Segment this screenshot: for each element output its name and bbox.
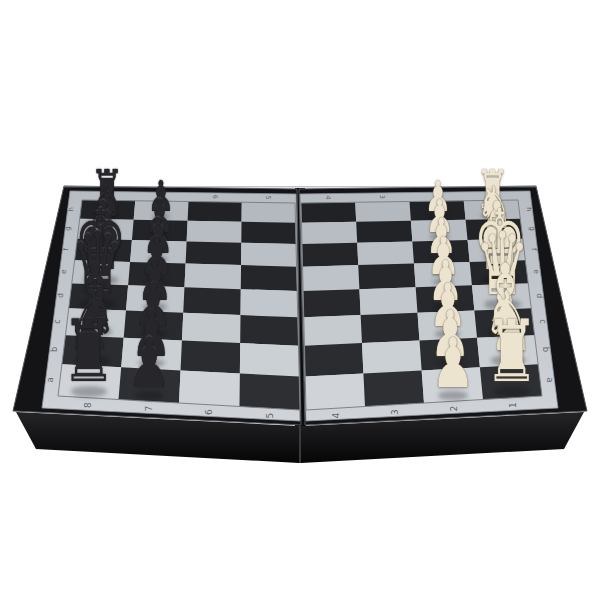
square-d4[interactable] — [303, 289, 361, 317]
square-d5[interactable] — [241, 289, 298, 317]
square-c3[interactable] — [361, 313, 420, 343]
square-a6[interactable] — [179, 370, 240, 406]
square-f4[interactable] — [302, 243, 358, 267]
square-c4[interactable] — [304, 315, 362, 346]
square-g4[interactable] — [301, 222, 357, 244]
rank-label-near-2: 2 — [449, 406, 459, 412]
square-e4[interactable] — [303, 265, 360, 291]
square-f3[interactable] — [357, 241, 414, 265]
square-b3[interactable] — [362, 340, 422, 373]
rank-label-far-4: 4 — [324, 196, 332, 200]
square-d3[interactable] — [359, 287, 417, 315]
square-c6[interactable] — [182, 313, 241, 343]
rank-label-far-5: 5 — [264, 196, 272, 200]
piece-black-rook-a8[interactable]: ♜ — [59, 309, 120, 395]
square-h6[interactable] — [188, 202, 242, 222]
square-g3[interactable] — [356, 221, 412, 243]
square-e6[interactable] — [184, 264, 241, 290]
rank-label-near-7: 7 — [144, 406, 154, 412]
square-d6[interactable] — [183, 287, 241, 315]
square-b6[interactable] — [181, 340, 241, 373]
square-e3[interactable] — [358, 264, 415, 290]
square-a4[interactable] — [305, 373, 365, 410]
square-c5[interactable] — [240, 315, 298, 346]
file-label-left-a: a — [45, 377, 55, 382]
file-label-right-a: a — [545, 377, 555, 382]
square-e5[interactable] — [241, 265, 297, 291]
square-f6[interactable] — [186, 241, 242, 265]
side-seam — [299, 426, 301, 463]
rank-label-near-1: 1 — [508, 402, 518, 408]
file-label-right-b: b — [541, 347, 551, 352]
rank-label-near-6: 6 — [204, 409, 214, 415]
square-h4[interactable] — [301, 202, 356, 223]
file-label-left-b: b — [49, 347, 59, 352]
square-h5[interactable] — [242, 202, 296, 223]
rank-label-near-5: 5 — [265, 413, 275, 419]
square-a3[interactable] — [363, 370, 424, 406]
square-f5[interactable] — [241, 243, 296, 267]
square-g5[interactable] — [241, 222, 296, 244]
piece-white-rook-a1[interactable]: ♜ — [482, 309, 543, 395]
piece-black-pawn-a7[interactable]: ♟ — [125, 329, 173, 398]
square-h3[interactable] — [355, 202, 411, 222]
far-rim-highlight — [64, 186, 536, 188]
square-a5[interactable] — [240, 373, 301, 410]
rank-label-near-8: 8 — [83, 402, 93, 408]
rank-label-near-3: 3 — [390, 409, 400, 415]
rank-label-near-4: 4 — [331, 413, 341, 419]
rank-label-far-6: 6 — [211, 195, 219, 199]
square-b5[interactable] — [240, 343, 299, 376]
square-g6[interactable] — [187, 221, 242, 243]
square-b4[interactable] — [304, 343, 363, 376]
piece-white-pawn-a2[interactable]: ♟ — [429, 329, 477, 398]
product-photo: 88776655hgfedcba44332211hgfedcba ♜♟♟♜♞♟♟… — [0, 0, 600, 600]
rank-label-far-3: 3 — [378, 195, 386, 199]
